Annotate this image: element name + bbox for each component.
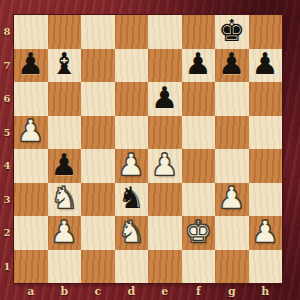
square-c3[interactable] (81, 183, 115, 217)
file-label-f: f (182, 283, 216, 300)
file-label-d: d (115, 283, 149, 300)
square-d7[interactable] (115, 49, 149, 83)
chess-board: ♚♟♝♟♟♟♟♟♟♟♟♞♞♟♟♞♚♟ (14, 15, 282, 283)
square-b7[interactable]: ♝ (48, 49, 82, 83)
square-g8[interactable]: ♚ (215, 15, 249, 49)
square-d1[interactable] (115, 250, 149, 284)
piece-white-pawn-d4[interactable]: ♟ (118, 150, 145, 180)
rank-label-6: 6 (0, 82, 14, 116)
square-h4[interactable] (249, 149, 283, 183)
piece-white-pawn-g3[interactable]: ♟ (218, 183, 245, 213)
square-e6[interactable]: ♟ (148, 82, 182, 116)
square-g1[interactable] (215, 250, 249, 284)
square-e7[interactable] (148, 49, 182, 83)
square-d8[interactable] (115, 15, 149, 49)
piece-white-pawn-a5[interactable]: ♟ (17, 116, 44, 146)
square-g6[interactable] (215, 82, 249, 116)
square-c6[interactable] (81, 82, 115, 116)
piece-black-bishop-b7[interactable]: ♝ (51, 49, 78, 79)
rank-label-2: 2 (0, 216, 14, 250)
square-d5[interactable] (115, 116, 149, 150)
square-a2[interactable] (14, 216, 48, 250)
square-b6[interactable] (48, 82, 82, 116)
square-h3[interactable] (249, 183, 283, 217)
rank-label-4: 4 (0, 149, 14, 183)
square-e2[interactable] (148, 216, 182, 250)
piece-white-pawn-h2[interactable]: ♟ (252, 217, 279, 247)
square-g5[interactable] (215, 116, 249, 150)
square-c2[interactable] (81, 216, 115, 250)
piece-black-pawn-h7[interactable]: ♟ (252, 49, 279, 79)
chess-diagram: 87654321 ♚♟♝♟♟♟♟♟♟♟♟♞♞♟♟♞♚♟ abcdefgh (0, 0, 300, 300)
square-a4[interactable] (14, 149, 48, 183)
square-f5[interactable] (182, 116, 216, 150)
piece-black-pawn-b4[interactable]: ♟ (51, 150, 78, 180)
file-label-b: b (48, 283, 82, 300)
square-f6[interactable] (182, 82, 216, 116)
piece-white-king-f2[interactable]: ♚ (185, 217, 212, 247)
file-label-a: a (14, 283, 48, 300)
square-e3[interactable] (148, 183, 182, 217)
square-d4[interactable]: ♟ (115, 149, 149, 183)
square-c1[interactable] (81, 250, 115, 284)
square-f2[interactable]: ♚ (182, 216, 216, 250)
square-e4[interactable]: ♟ (148, 149, 182, 183)
piece-black-pawn-e6[interactable]: ♟ (151, 83, 178, 113)
file-label-h: h (249, 283, 283, 300)
rank-labels: 87654321 (0, 15, 14, 283)
square-c5[interactable] (81, 116, 115, 150)
piece-black-pawn-f7[interactable]: ♟ (185, 49, 212, 79)
square-a6[interactable] (14, 82, 48, 116)
square-e5[interactable] (148, 116, 182, 150)
square-h7[interactable]: ♟ (249, 49, 283, 83)
square-d2[interactable]: ♞ (115, 216, 149, 250)
rank-label-3: 3 (0, 183, 14, 217)
square-b5[interactable] (48, 116, 82, 150)
square-b1[interactable] (48, 250, 82, 284)
file-label-g: g (215, 283, 249, 300)
square-a3[interactable] (14, 183, 48, 217)
square-g4[interactable] (215, 149, 249, 183)
square-g2[interactable] (215, 216, 249, 250)
square-b4[interactable]: ♟ (48, 149, 82, 183)
square-c8[interactable] (81, 15, 115, 49)
piece-white-knight-b3[interactable]: ♞ (51, 183, 78, 213)
square-a5[interactable]: ♟ (14, 116, 48, 150)
square-f7[interactable]: ♟ (182, 49, 216, 83)
square-g3[interactable]: ♟ (215, 183, 249, 217)
square-g7[interactable]: ♟ (215, 49, 249, 83)
square-e1[interactable] (148, 250, 182, 284)
square-h6[interactable] (249, 82, 283, 116)
rank-label-5: 5 (0, 116, 14, 150)
piece-white-pawn-b2[interactable]: ♟ (51, 217, 78, 247)
piece-black-pawn-g7[interactable]: ♟ (218, 49, 245, 79)
square-f4[interactable] (182, 149, 216, 183)
square-c7[interactable] (81, 49, 115, 83)
file-labels: abcdefgh (14, 283, 282, 300)
piece-black-knight-d3[interactable]: ♞ (118, 183, 145, 213)
square-a8[interactable] (14, 15, 48, 49)
square-b2[interactable]: ♟ (48, 216, 82, 250)
square-d6[interactable] (115, 82, 149, 116)
square-h1[interactable] (249, 250, 283, 284)
square-a1[interactable] (14, 250, 48, 284)
square-h2[interactable]: ♟ (249, 216, 283, 250)
square-f1[interactable] (182, 250, 216, 284)
piece-white-knight-d2[interactable]: ♞ (118, 217, 145, 247)
piece-black-pawn-a7[interactable]: ♟ (17, 49, 44, 79)
file-label-e: e (148, 283, 182, 300)
square-b3[interactable]: ♞ (48, 183, 82, 217)
square-h5[interactable] (249, 116, 283, 150)
rank-label-1: 1 (0, 250, 14, 284)
square-e8[interactable] (148, 15, 182, 49)
square-f8[interactable] (182, 15, 216, 49)
rank-label-7: 7 (0, 49, 14, 83)
piece-black-king-g8[interactable]: ♚ (218, 16, 245, 46)
square-b8[interactable] (48, 15, 82, 49)
file-label-c: c (81, 283, 115, 300)
square-h8[interactable] (249, 15, 283, 49)
square-d3[interactable]: ♞ (115, 183, 149, 217)
square-a7[interactable]: ♟ (14, 49, 48, 83)
piece-white-pawn-e4[interactable]: ♟ (151, 150, 178, 180)
square-f3[interactable] (182, 183, 216, 217)
rank-label-8: 8 (0, 15, 14, 49)
square-c4[interactable] (81, 149, 115, 183)
